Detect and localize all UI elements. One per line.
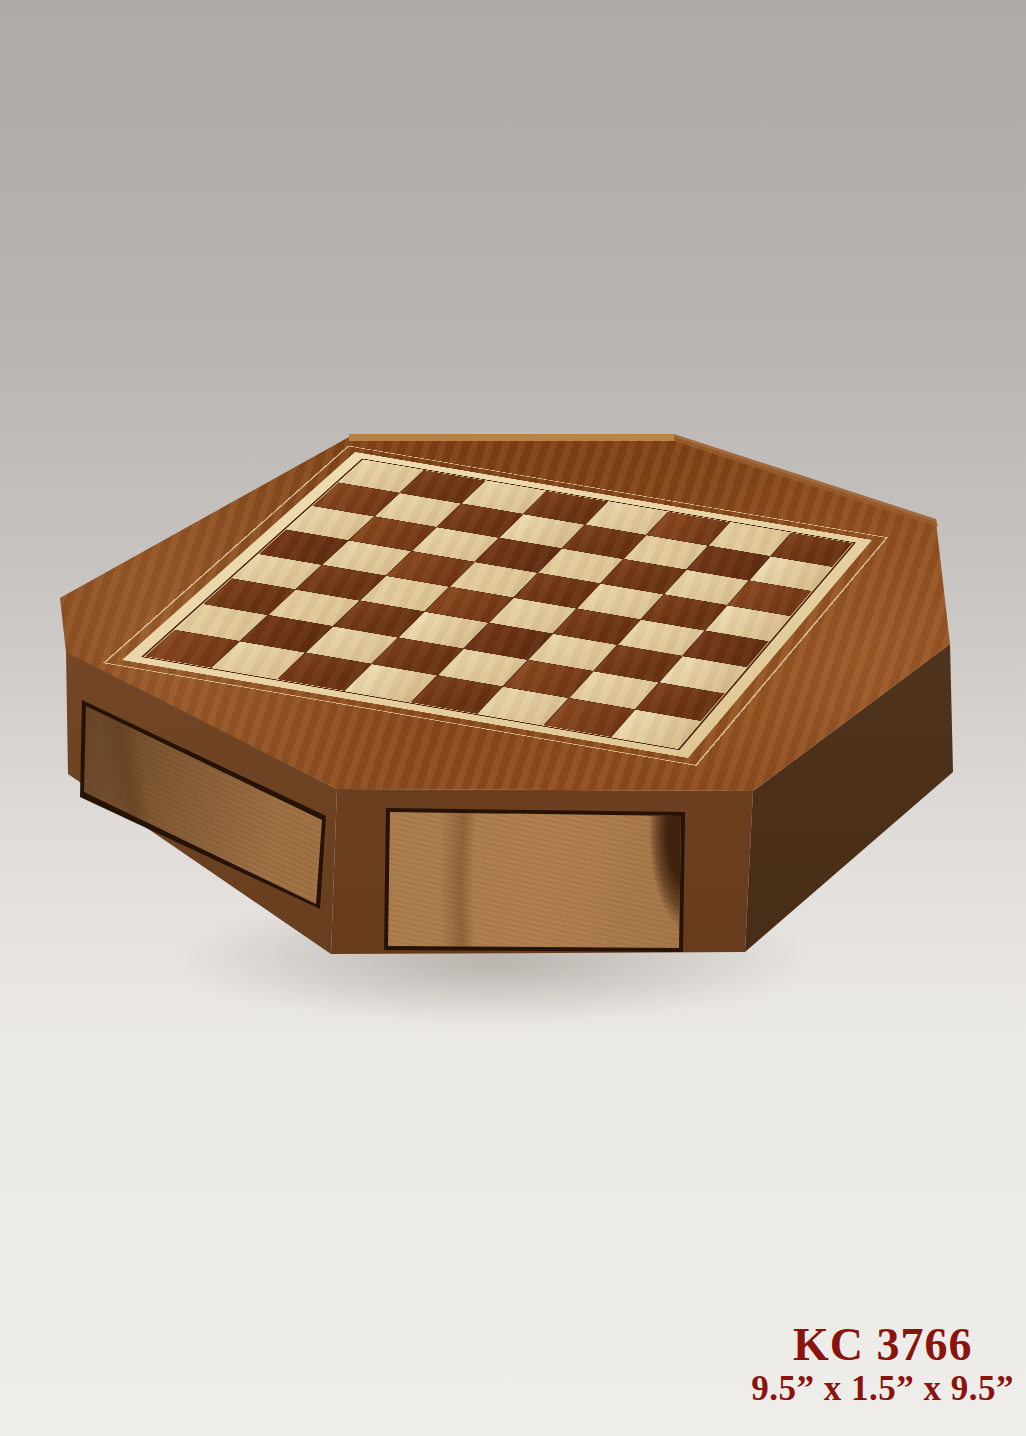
- product-code: KC 3766: [751, 1322, 1014, 1368]
- product-caption: KC 3766 9.5” x 1.5” x 9.5”: [751, 1322, 1014, 1410]
- product-photo: KC 3766 9.5” x 1.5” x 9.5”: [0, 0, 1026, 1436]
- product-dimensions: 9.5” x 1.5” x 9.5”: [751, 1368, 1014, 1410]
